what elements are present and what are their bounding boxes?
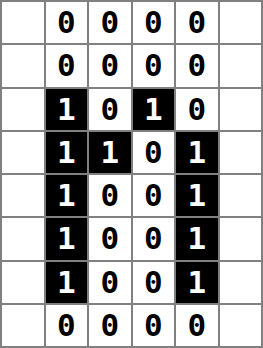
cell-r5c1 — [2, 175, 44, 216]
cell-r1c4: 0 — [133, 2, 175, 43]
cell-r8c5: 0 — [176, 305, 218, 346]
cell-r8c4: 0 — [133, 305, 175, 346]
cell-r1c6 — [220, 2, 262, 43]
cell-r8c1 — [2, 305, 44, 346]
cell-r3c6 — [220, 89, 262, 130]
cell-r3c3: 0 — [89, 89, 131, 130]
cell-r4c4: 0 — [133, 132, 175, 173]
cell-r6c5: 1 — [176, 218, 218, 259]
cell-r6c3: 0 — [89, 218, 131, 259]
cell-r4c2: 1 — [46, 132, 88, 173]
cell-r6c2: 1 — [46, 218, 88, 259]
cell-r4c5: 1 — [176, 132, 218, 173]
cell-r2c6 — [220, 45, 262, 86]
cell-r1c2: 0 — [46, 2, 88, 43]
cell-r7c6 — [220, 262, 262, 303]
cell-r3c4: 1 — [133, 89, 175, 130]
cell-r2c3: 0 — [89, 45, 131, 86]
cell-r2c2: 0 — [46, 45, 88, 86]
cell-r2c1 — [2, 45, 44, 86]
cell-r7c4: 0 — [133, 262, 175, 303]
cell-r1c3: 0 — [89, 2, 131, 43]
cell-r3c2: 1 — [46, 89, 88, 130]
cell-r5c4: 0 — [133, 175, 175, 216]
cell-r6c6 — [220, 218, 262, 259]
cell-r2c5: 0 — [176, 45, 218, 86]
cell-r7c2: 1 — [46, 262, 88, 303]
cell-r4c3: 1 — [89, 132, 131, 173]
cell-r6c4: 0 — [133, 218, 175, 259]
cell-r3c1 — [2, 89, 44, 130]
cell-r1c5: 0 — [176, 2, 218, 43]
cell-r5c3: 0 — [89, 175, 131, 216]
cell-r3c5: 0 — [176, 89, 218, 130]
binary-grid-board: 00000000101011011001100110010000 — [0, 0, 263, 348]
cell-r8c6 — [220, 305, 262, 346]
cell-r5c2: 1 — [46, 175, 88, 216]
cell-r4c1 — [2, 132, 44, 173]
cell-r4c6 — [220, 132, 262, 173]
cell-r7c5: 1 — [176, 262, 218, 303]
cell-r5c5: 1 — [176, 175, 218, 216]
cell-r6c1 — [2, 218, 44, 259]
cell-r2c4: 0 — [133, 45, 175, 86]
cell-r7c1 — [2, 262, 44, 303]
cell-r1c1 — [2, 2, 44, 43]
cell-r8c3: 0 — [89, 305, 131, 346]
cell-r7c3: 0 — [89, 262, 131, 303]
cell-r5c6 — [220, 175, 262, 216]
cell-r8c2: 0 — [46, 305, 88, 346]
